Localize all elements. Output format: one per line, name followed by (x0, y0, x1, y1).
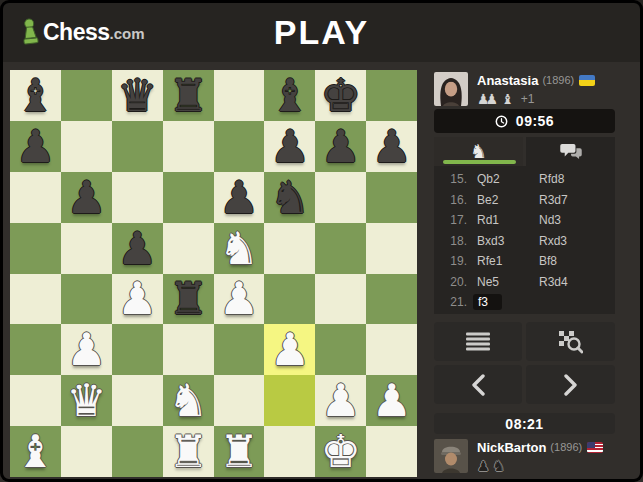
move-number: 20. (434, 275, 467, 289)
square-d8[interactable]: ♜ (163, 70, 214, 121)
square-g5[interactable] (315, 223, 366, 274)
move-black-15[interactable]: Rfd8 (535, 171, 568, 187)
square-b2[interactable]: ♛ (61, 375, 112, 426)
move-white-18[interactable]: Bxd3 (473, 233, 508, 249)
active-tab-underline (443, 160, 516, 164)
move-row: 18.Bxd3Rxd3 (434, 231, 615, 252)
square-a6[interactable] (10, 172, 61, 223)
square-c5[interactable]: ♟ (112, 223, 163, 274)
square-b7[interactable] (61, 121, 112, 172)
move-empty (535, 301, 543, 303)
square-c2[interactable] (112, 375, 163, 426)
move-row: 20.Ne5R3d4 (434, 272, 615, 293)
material-advantage: +1 (521, 92, 535, 106)
square-b4[interactable] (61, 274, 112, 325)
piece-black-pawn[interactable]: ♟ (371, 124, 411, 169)
prev-move-button[interactable] (434, 365, 522, 404)
piece-black-pawn[interactable]: ♟ (321, 124, 361, 169)
move-white-21[interactable]: f3 (473, 294, 502, 310)
piece-black-pawn[interactable]: ♟ (219, 175, 259, 220)
next-move-button[interactable] (526, 365, 615, 404)
opponent-row[interactable]: Anastasia (1896) ♟♟♝+1 (434, 72, 595, 108)
square-b8[interactable] (61, 70, 112, 121)
square-a8[interactable]: ♝ (10, 70, 61, 121)
move-number: 15. (434, 172, 467, 186)
piece-white-knight[interactable]: ♞ (168, 378, 208, 423)
square-f3[interactable]: ♟ (264, 324, 315, 375)
square-h6[interactable] (366, 172, 417, 223)
move-row: 17.Rd1Nd3 (434, 210, 615, 231)
piece-white-pawn[interactable]: ♟ (321, 378, 361, 423)
piece-white-knight[interactable]: ♞ (219, 226, 259, 271)
move-black-17[interactable]: Nd3 (535, 212, 565, 228)
player-avatar[interactable] (434, 439, 468, 473)
square-d1[interactable]: ♜ (163, 426, 214, 477)
page-title: PLAY (0, 13, 643, 52)
square-e4[interactable]: ♟ (214, 274, 265, 325)
move-white-16[interactable]: Be2 (473, 192, 502, 208)
square-h2[interactable]: ♟ (366, 375, 417, 426)
square-e5[interactable]: ♞ (214, 223, 265, 274)
piece-black-queen[interactable]: ♛ (117, 73, 157, 118)
square-e2[interactable] (214, 375, 265, 426)
move-number: 18. (434, 234, 467, 248)
square-a2[interactable] (10, 375, 61, 426)
square-d3[interactable] (163, 324, 214, 375)
square-g3[interactable] (315, 324, 366, 375)
move-number: 21. (434, 295, 467, 309)
square-d6[interactable] (163, 172, 214, 223)
piece-white-pawn[interactable]: ♟ (66, 327, 106, 372)
square-g1[interactable]: ♚ (315, 426, 366, 477)
opponent-captured-pieces: ♟♟♝+1 (477, 90, 595, 108)
square-f7[interactable]: ♟ (264, 121, 315, 172)
square-e6[interactable]: ♟ (214, 172, 265, 223)
opponent-avatar[interactable] (434, 72, 468, 106)
tab-moves[interactable]: ♞ (434, 137, 523, 166)
move-number: 17. (434, 213, 467, 227)
square-d5[interactable] (163, 223, 214, 274)
square-h1[interactable] (366, 426, 417, 477)
piece-black-rook[interactable]: ♜ (168, 276, 208, 321)
move-white-15[interactable]: Qb2 (473, 171, 504, 187)
square-h5[interactable] (366, 223, 417, 274)
move-white-20[interactable]: Ne5 (473, 274, 503, 290)
square-c3[interactable] (112, 324, 163, 375)
player-row[interactable]: NickBarton (1896) ♟♞ (434, 439, 603, 475)
square-f1[interactable] (264, 426, 315, 477)
chat-icon (560, 143, 582, 160)
square-c4[interactable]: ♟ (112, 274, 163, 325)
captured-pawn-icon: ♟ (477, 459, 490, 473)
square-d4[interactable]: ♜ (163, 274, 214, 325)
piece-black-pawn[interactable]: ♟ (15, 124, 55, 169)
piece-white-bishop[interactable]: ♝ (15, 429, 55, 474)
square-e8[interactable] (214, 70, 265, 121)
square-e3[interactable] (214, 324, 265, 375)
piece-white-pawn[interactable]: ♟ (117, 276, 157, 321)
square-f5[interactable] (264, 223, 315, 274)
square-a5[interactable] (10, 223, 61, 274)
square-a7[interactable]: ♟ (10, 121, 61, 172)
analysis-button[interactable] (526, 322, 615, 361)
square-b3[interactable]: ♟ (61, 324, 112, 375)
square-c8[interactable]: ♛ (112, 70, 163, 121)
ukraine-flag-icon (579, 75, 595, 86)
move-number: 16. (434, 193, 467, 207)
player-captured-pieces: ♟♞ (477, 457, 603, 475)
player-clock-time: 08:21 (505, 416, 543, 432)
square-c6[interactable] (112, 172, 163, 223)
square-f6[interactable]: ♞ (264, 172, 315, 223)
player-clock: 08:21 (434, 413, 615, 434)
usa-flag-icon (587, 442, 603, 453)
piece-white-pawn[interactable]: ♟ (219, 276, 259, 321)
piece-black-pawn[interactable]: ♟ (270, 124, 310, 169)
chess-board[interactable]: ♝♛♜♝♚♟♟♟♟♟♟♞♟♞♟♜♟♟♟♛♞♟♟♝♜♜♚ (10, 70, 417, 477)
piece-white-pawn[interactable]: ♟ (270, 327, 310, 372)
board-analysis-icon (558, 330, 583, 354)
square-c7[interactable] (112, 121, 163, 172)
move-row: 21.f3 (434, 292, 615, 313)
square-a1[interactable]: ♝ (10, 426, 61, 477)
square-a3[interactable] (10, 324, 61, 375)
chevron-right-icon (563, 374, 579, 396)
piece-black-bishop[interactable]: ♝ (15, 73, 55, 118)
move-black-19[interactable]: Bf8 (535, 253, 561, 269)
opponent-clock: 09:56 (434, 109, 615, 133)
move-number: 19. (434, 254, 467, 268)
options-button[interactable] (434, 322, 522, 361)
square-e7[interactable] (214, 121, 265, 172)
player-rating: (1896) (550, 441, 582, 453)
knight-moves-icon: ♞ (470, 142, 487, 161)
piece-white-queen[interactable]: ♛ (66, 378, 106, 423)
square-g4[interactable] (315, 274, 366, 325)
piece-black-pawn[interactable]: ♟ (66, 175, 106, 220)
square-g6[interactable] (315, 172, 366, 223)
move-white-19[interactable]: Rfe1 (473, 253, 506, 269)
square-c1[interactable] (112, 426, 163, 477)
square-f8[interactable]: ♝ (264, 70, 315, 121)
square-b1[interactable] (61, 426, 112, 477)
move-row: 15.Qb2Rfd8 (434, 169, 615, 190)
piece-white-rook[interactable]: ♜ (168, 429, 208, 474)
square-h7[interactable]: ♟ (366, 121, 417, 172)
square-h4[interactable] (366, 274, 417, 325)
captured-pawn-icon: ♟ (486, 92, 499, 106)
opponent-rating: (1896) (542, 74, 574, 86)
move-row: 19.Rfe1Bf8 (434, 251, 615, 272)
square-h8[interactable] (366, 70, 417, 121)
piece-black-knight[interactable]: ♞ (270, 175, 310, 220)
piece-black-pawn[interactable]: ♟ (117, 226, 157, 271)
piece-white-king[interactable]: ♚ (321, 429, 361, 474)
piece-white-pawn[interactable]: ♟ (371, 378, 411, 423)
move-row: 16.Be2R3d7 (434, 190, 615, 211)
square-g7[interactable]: ♟ (315, 121, 366, 172)
captured-bishop-icon: ♝ (501, 92, 514, 106)
chevron-left-icon (470, 374, 486, 396)
square-f4[interactable] (264, 274, 315, 325)
square-d7[interactable] (163, 121, 214, 172)
piece-black-king[interactable]: ♚ (321, 73, 361, 118)
square-a4[interactable] (10, 274, 61, 325)
move-white-17[interactable]: Rd1 (473, 212, 503, 228)
square-f2[interactable] (264, 375, 315, 426)
player-name[interactable]: NickBarton (477, 440, 546, 455)
tab-chat[interactable] (526, 137, 615, 166)
piece-black-rook[interactable]: ♜ (168, 73, 208, 118)
square-d2[interactable]: ♞ (163, 375, 214, 426)
square-h3[interactable] (366, 324, 417, 375)
square-g8[interactable]: ♚ (315, 70, 366, 121)
square-b6[interactable]: ♟ (61, 172, 112, 223)
opponent-name[interactable]: Anastasia (477, 73, 538, 88)
sidebar-tabs: ♞ (434, 137, 615, 166)
move-black-16[interactable]: R3d7 (535, 192, 572, 208)
square-e1[interactable]: ♜ (214, 426, 265, 477)
square-b5[interactable] (61, 223, 112, 274)
game-controls (434, 322, 615, 404)
piece-black-bishop[interactable]: ♝ (270, 73, 310, 118)
app-window: Chess .com PLAY ♝♛♜♝♚♟♟♟♟♟♟♞♟♞♟♜♟♟♟♛♞♟♟♝… (0, 0, 643, 482)
header: Chess .com PLAY (0, 0, 643, 62)
move-black-18[interactable]: Rxd3 (535, 233, 571, 249)
move-black-20[interactable]: R3d4 (535, 274, 572, 290)
square-g2[interactable]: ♟ (315, 375, 366, 426)
move-list: 15.Qb2Rfd816.Be2R3d717.Rd1Nd318.Bxd3Rxd3… (434, 166, 615, 314)
opponent-clock-time: 09:56 (516, 113, 554, 129)
piece-white-rook[interactable]: ♜ (219, 429, 259, 474)
list-icon (465, 332, 491, 351)
captured-knight-icon: ♞ (493, 459, 506, 473)
clock-icon (495, 115, 508, 128)
